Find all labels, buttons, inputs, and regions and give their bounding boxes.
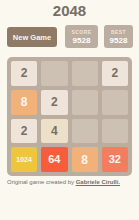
empty-cell <box>102 119 128 144</box>
footer-text: Original game created by <box>7 179 76 185</box>
empty-cell <box>102 90 128 115</box>
score-box: SCORE 9528 <box>65 25 98 48</box>
tile-1024: 1024 <box>11 147 37 172</box>
board[interactable]: 228224102464832 <box>7 57 132 176</box>
tile-8: 8 <box>11 90 37 115</box>
tile-32: 32 <box>102 147 128 172</box>
best-box: BEST 9528 <box>104 25 133 48</box>
new-game-button[interactable]: New Game <box>7 27 57 47</box>
score-label: SCORE <box>72 29 92 36</box>
best-value: 9528 <box>110 36 128 45</box>
tile-64: 64 <box>41 147 67 172</box>
tile-2: 2 <box>41 90 67 115</box>
tile-2: 2 <box>11 119 37 144</box>
empty-cell <box>72 90 98 115</box>
tile-4: 4 <box>41 119 67 144</box>
tile-2: 2 <box>102 61 128 86</box>
author-link[interactable]: Gabriele Cirulli. <box>76 179 120 185</box>
page-title: 2048 <box>0 2 139 19</box>
tile-2: 2 <box>11 61 37 86</box>
score-value: 9528 <box>73 36 91 45</box>
footer-credit: Original game created by Gabriele Cirull… <box>7 179 134 185</box>
header-controls: New Game SCORE 9528 BEST 9528 <box>7 25 133 48</box>
empty-cell <box>72 119 98 144</box>
empty-cell <box>41 61 67 86</box>
best-label: BEST <box>111 29 126 36</box>
empty-cell <box>72 61 98 86</box>
tile-8: 8 <box>72 147 98 172</box>
